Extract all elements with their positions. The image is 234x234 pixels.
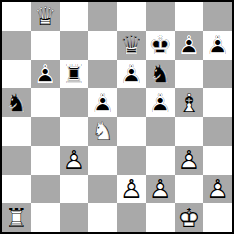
square-c4[interactable]: [60, 117, 89, 146]
square-h2[interactable]: ♟♙: [203, 175, 232, 204]
chess-diagram: ♛♕♛♕♚♔♟♙♟♙♟♙♜♖♟♙♞♘♞♘♟♙♟♙♝♗♞♘♟♙♟♙♟♙♟♙♟♙♜♖…: [0, 0, 234, 234]
square-g5[interactable]: ♝♗: [175, 88, 204, 117]
black-rook-outline-icon: ♖: [60, 61, 89, 87]
square-b7[interactable]: [31, 31, 60, 60]
black-king-outline-icon: ♔: [146, 32, 175, 58]
square-e1[interactable]: [117, 203, 146, 232]
black-pawn-piece[interactable]: ♟♙: [203, 31, 232, 60]
white-king-outline-icon: ♔: [175, 205, 204, 231]
square-h3[interactable]: [203, 146, 232, 175]
black-king-piece[interactable]: ♚♔: [146, 31, 175, 60]
square-b1[interactable]: [31, 203, 60, 232]
white-pawn-fill-icon: ♟: [60, 147, 89, 173]
white-knight-piece[interactable]: ♞♘: [88, 117, 117, 146]
black-pawn-outline-icon: ♙: [88, 90, 117, 116]
square-d3[interactable]: [88, 146, 117, 175]
square-b3[interactable]: [31, 146, 60, 175]
square-c1[interactable]: [60, 203, 89, 232]
square-g2[interactable]: [175, 175, 204, 204]
white-pawn-outline-icon: ♙: [117, 176, 146, 202]
square-a4[interactable]: [2, 117, 31, 146]
square-f3[interactable]: [146, 146, 175, 175]
square-e6[interactable]: ♟♙: [117, 60, 146, 89]
square-d2[interactable]: [88, 175, 117, 204]
square-c6[interactable]: ♜♖: [60, 60, 89, 89]
black-queen-piece[interactable]: ♛♕: [117, 31, 146, 60]
square-f4[interactable]: [146, 117, 175, 146]
black-king-fill-icon: ♚: [146, 32, 175, 58]
black-pawn-outline-icon: ♙: [117, 61, 146, 87]
square-f8[interactable]: [146, 2, 175, 31]
white-queen-outline-icon: ♕: [31, 3, 60, 29]
square-e8[interactable]: [117, 2, 146, 31]
square-f1[interactable]: [146, 203, 175, 232]
white-bishop-outline-icon: ♗: [175, 90, 204, 116]
black-knight-fill-icon: ♞: [2, 90, 31, 116]
square-d8[interactable]: [88, 2, 117, 31]
white-knight-fill-icon: ♞: [88, 118, 117, 144]
black-rook-piece[interactable]: ♜♖: [60, 60, 89, 89]
white-pawn-outline-icon: ♙: [203, 176, 232, 202]
square-c3[interactable]: ♟♙: [60, 146, 89, 175]
black-knight-piece[interactable]: ♞♘: [2, 88, 31, 117]
black-pawn-piece[interactable]: ♟♙: [117, 60, 146, 89]
white-rook-fill-icon: ♜: [2, 205, 31, 231]
white-bishop-piece[interactable]: ♝♗: [175, 88, 204, 117]
black-pawn-fill-icon: ♟: [146, 90, 175, 116]
square-g7[interactable]: ♟♙: [175, 31, 204, 60]
square-a7[interactable]: [2, 31, 31, 60]
black-pawn-piece[interactable]: ♟♙: [88, 88, 117, 117]
square-c5[interactable]: [60, 88, 89, 117]
white-queen-fill-icon: ♛: [31, 3, 60, 29]
white-pawn-fill-icon: ♟: [175, 147, 204, 173]
square-b5[interactable]: [31, 88, 60, 117]
black-queen-outline-icon: ♕: [117, 32, 146, 58]
white-pawn-outline-icon: ♙: [146, 176, 175, 202]
square-c7[interactable]: [60, 31, 89, 60]
square-g8[interactable]: [175, 2, 204, 31]
white-pawn-outline-icon: ♙: [60, 147, 89, 173]
square-g3[interactable]: ♟♙: [175, 146, 204, 175]
square-e3[interactable]: [117, 146, 146, 175]
square-e7[interactable]: ♛♕: [117, 31, 146, 60]
square-f5[interactable]: ♟♙: [146, 88, 175, 117]
black-rook-fill-icon: ♜: [60, 61, 89, 87]
square-g4[interactable]: [175, 117, 204, 146]
square-a5[interactable]: ♞♘: [2, 88, 31, 117]
black-pawn-outline-icon: ♙: [175, 32, 204, 58]
square-f2[interactable]: ♟♙: [146, 175, 175, 204]
black-pawn-fill-icon: ♟: [117, 61, 146, 87]
square-d7[interactable]: [88, 31, 117, 60]
square-b6[interactable]: ♟♙: [31, 60, 60, 89]
black-pawn-fill-icon: ♟: [175, 32, 204, 58]
black-knight-outline-icon: ♘: [146, 61, 175, 87]
black-queen-fill-icon: ♛: [117, 32, 146, 58]
white-pawn-fill-icon: ♟: [146, 176, 175, 202]
square-h8[interactable]: [203, 2, 232, 31]
square-a2[interactable]: [2, 175, 31, 204]
square-a3[interactable]: [2, 146, 31, 175]
white-pawn-piece[interactable]: ♟♙: [146, 175, 175, 204]
chess-board: ♛♕♛♕♚♔♟♙♟♙♟♙♜♖♟♙♞♘♞♘♟♙♟♙♝♗♞♘♟♙♟♙♟♙♟♙♟♙♜♖…: [0, 0, 234, 234]
black-pawn-outline-icon: ♙: [31, 61, 60, 87]
square-a6[interactable]: [2, 60, 31, 89]
white-king-piece[interactable]: ♚♔: [175, 203, 204, 232]
square-c8[interactable]: [60, 2, 89, 31]
white-pawn-fill-icon: ♟: [117, 176, 146, 202]
white-rook-piece[interactable]: ♜♖: [2, 203, 31, 232]
square-e5[interactable]: [117, 88, 146, 117]
square-f6[interactable]: ♞♘: [146, 60, 175, 89]
black-pawn-fill-icon: ♟: [31, 61, 60, 87]
white-pawn-fill-icon: ♟: [203, 176, 232, 202]
white-queen-piece[interactable]: ♛♕: [31, 2, 60, 31]
black-pawn-outline-icon: ♙: [146, 90, 175, 116]
square-g1[interactable]: ♚♔: [175, 203, 204, 232]
square-d4[interactable]: ♞♘: [88, 117, 117, 146]
black-knight-outline-icon: ♘: [2, 90, 31, 116]
square-h6[interactable]: [203, 60, 232, 89]
square-d6[interactable]: [88, 60, 117, 89]
white-pawn-piece[interactable]: ♟♙: [60, 146, 89, 175]
white-pawn-piece[interactable]: ♟♙: [203, 175, 232, 204]
square-h5[interactable]: [203, 88, 232, 117]
square-h4[interactable]: [203, 117, 232, 146]
white-pawn-outline-icon: ♙: [175, 147, 204, 173]
white-king-fill-icon: ♚: [175, 205, 204, 231]
white-rook-outline-icon: ♖: [2, 205, 31, 231]
black-pawn-piece[interactable]: ♟♙: [31, 60, 60, 89]
black-knight-fill-icon: ♞: [146, 61, 175, 87]
black-pawn-outline-icon: ♙: [203, 32, 232, 58]
white-bishop-fill-icon: ♝: [175, 90, 204, 116]
square-h7[interactable]: ♟♙: [203, 31, 232, 60]
square-f7[interactable]: ♚♔: [146, 31, 175, 60]
square-b4[interactable]: [31, 117, 60, 146]
square-h1[interactable]: [203, 203, 232, 232]
black-pawn-fill-icon: ♟: [203, 32, 232, 58]
square-g6[interactable]: [175, 60, 204, 89]
white-pawn-piece[interactable]: ♟♙: [175, 146, 204, 175]
square-a1[interactable]: ♜♖: [2, 203, 31, 232]
black-pawn-piece[interactable]: ♟♙: [146, 88, 175, 117]
black-pawn-piece[interactable]: ♟♙: [175, 31, 204, 60]
square-b8[interactable]: ♛♕: [31, 2, 60, 31]
black-knight-piece[interactable]: ♞♘: [146, 60, 175, 89]
white-pawn-piece[interactable]: ♟♙: [117, 175, 146, 204]
square-d5[interactable]: ♟♙: [88, 88, 117, 117]
square-c2[interactable]: [60, 175, 89, 204]
square-e2[interactable]: ♟♙: [117, 175, 146, 204]
square-e4[interactable]: [117, 117, 146, 146]
square-d1[interactable]: [88, 203, 117, 232]
black-pawn-fill-icon: ♟: [88, 90, 117, 116]
white-knight-outline-icon: ♘: [88, 118, 117, 144]
square-a8[interactable]: [2, 2, 31, 31]
square-b2[interactable]: [31, 175, 60, 204]
